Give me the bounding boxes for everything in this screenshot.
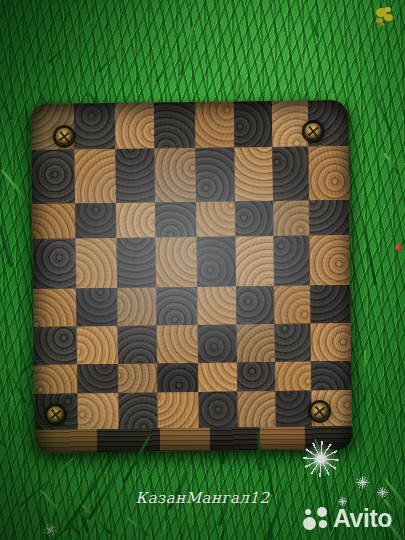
- foreground-grass-blades: [0, 0, 405, 540]
- white-sprig-4-icon: [44, 524, 56, 536]
- red-bud: [395, 244, 402, 251]
- white-sprig-1-icon: [356, 476, 369, 489]
- photo-scene: КазанМангал12 Avito: [0, 0, 405, 540]
- yellow-flower: [376, 8, 387, 17]
- avito-logo: Avito: [303, 504, 392, 533]
- avito-logo-text: Avito: [333, 504, 392, 533]
- white-daisy-icon: [303, 441, 339, 477]
- avito-dots-icon: [303, 506, 329, 532]
